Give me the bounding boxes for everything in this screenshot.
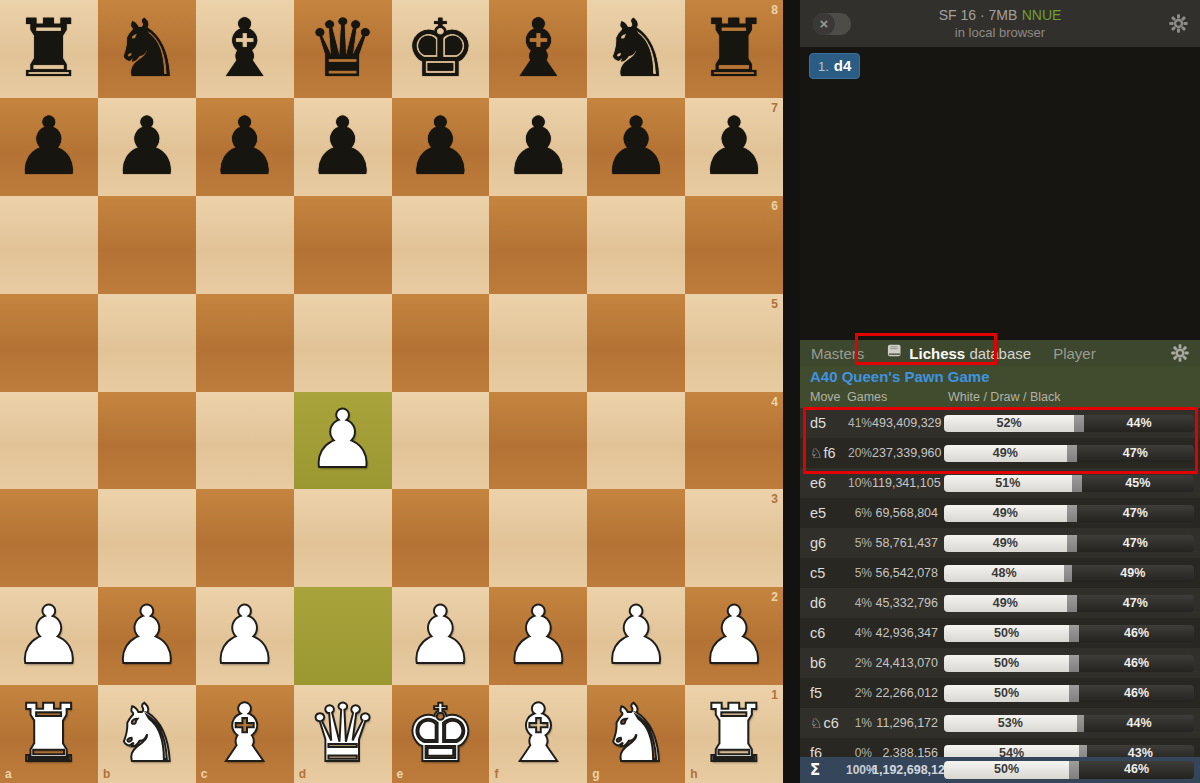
games-count-cell: 237,339,960 [872,446,938,460]
square-b8[interactable]: ♞ [98,0,196,98]
chess-board[interactable]: ♜♞♝♛♚♝♞♜8♟♟♟♟♟♟♟♟765♟43♟♟♟♟♟♟♟2♜a♞b♝c♛d♚… [0,0,783,783]
white-king[interactable]: ♚ [405,694,477,774]
white-score-segment: 51% [944,475,1072,492]
square-a1[interactable]: ♜a [0,685,98,783]
square-f3[interactable] [489,489,587,587]
explorer-row-e5[interactable]: e56%69,568,80449%47% [800,498,1200,528]
black-score-segment: 46% [1079,685,1194,702]
move-1-d4[interactable]: 1. d4 [809,53,860,79]
result-bar: 49%47% [944,445,1194,462]
white-score-segment: 50% [944,685,1069,702]
explorer-row-Nf6[interactable]: ♘f620%237,339,96049%47% [800,438,1200,468]
rank-label-3: 3 [771,493,778,505]
move-cell: f5 [810,685,846,701]
square-d7[interactable]: ♟ [294,98,392,196]
white-score-segment: 53% [944,715,1077,732]
white-pawn[interactable]: ♟ [600,596,672,676]
draw-score-segment [1064,565,1072,582]
black-score-segment: 46% [1079,655,1194,672]
result-bar: 50%46% [944,761,1194,779]
square-b5[interactable] [98,294,196,392]
file-label-e: e [397,768,404,780]
frequency-cell: 1% [846,716,872,730]
square-g7[interactable]: ♟ [587,98,685,196]
toggle-off-x-icon: × [813,13,835,35]
draw-score-segment [1072,475,1082,492]
analysis-side-panel: × SF 16 · 7MB NNUE in local browser [800,0,1200,783]
frequency-cell: 4% [846,626,872,640]
col-games: Games [847,390,887,404]
move-cell: b6 [810,655,846,671]
square-a5[interactable] [0,294,98,392]
frequency-cell: 20% [846,446,872,460]
col-move: Move [810,390,841,404]
square-e1[interactable]: ♚e [392,685,490,783]
square-g2[interactable]: ♟ [587,587,685,685]
square-f1[interactable]: ♝f [489,685,587,783]
engine-name: SF 16 · 7MB [939,7,1018,23]
white-score-segment: 52% [944,415,1074,432]
rank-label-7: 7 [771,102,778,114]
frequency-cell: 2% [846,686,872,700]
explorer-tabs: Masters Lichess database Player [800,340,1200,366]
black-queen[interactable]: ♛ [307,9,379,89]
square-c8[interactable]: ♝ [196,0,294,98]
square-c2[interactable]: ♟ [196,587,294,685]
square-e2[interactable]: ♟ [392,587,490,685]
explorer-row-c6[interactable]: c64%42,936,34750%46% [800,618,1200,648]
move-number: 1. [818,59,829,74]
square-d1[interactable]: ♛d [294,685,392,783]
result-bar: 48%49% [944,565,1194,582]
rank-label-1: 1 [771,689,778,701]
frequency-cell: 4% [846,596,872,610]
games-count-cell: 69,568,804 [872,506,938,520]
black-king[interactable]: ♚ [405,9,477,89]
explorer-column-headers: Move Games White / Draw / Black [800,389,1200,408]
frequency-cell: 2% [846,656,872,670]
white-queen[interactable]: ♛ [307,694,379,774]
file-label-f: f [494,768,498,780]
white-bishop[interactable]: ♝ [502,694,574,774]
rank-label-8: 8 [771,4,778,16]
file-label-b: b [103,768,110,780]
square-c6[interactable] [196,196,294,294]
black-score-segment: 44% [1084,715,1194,732]
engine-settings-gear-icon[interactable] [1169,14,1188,33]
games-count-cell: 45,332,796 [872,596,938,610]
square-a8[interactable]: ♜ [0,0,98,98]
explorer-row-g6[interactable]: g65%58,761,43749%47% [800,528,1200,558]
rank-label-2: 2 [771,591,778,603]
frequency-cell: 10% [846,476,872,490]
move-cell: e6 [810,475,846,491]
square-c1[interactable]: ♝c [196,685,294,783]
white-pawn[interactable]: ♟ [13,596,85,676]
black-knight[interactable]: ♞ [111,9,183,89]
square-f8[interactable]: ♝ [489,0,587,98]
black-score-segment: 46% [1079,625,1194,642]
explorer-row-f5[interactable]: f52%22,266,01250%46% [800,678,1200,708]
analysis-screen: ♜♞♝♛♚♝♞♜8♟♟♟♟♟♟♟♟765♟43♟♟♟♟♟♟♟2♜a♞b♝c♛d♚… [0,0,1200,783]
square-f6[interactable] [489,196,587,294]
square-c3[interactable] [196,489,294,587]
white-score-segment: 48% [944,565,1064,582]
result-bar: 50%46% [944,685,1194,702]
explorer-row-Nc6[interactable]: ♘c61%11,296,17253%44% [800,708,1200,738]
frequency-cell: 100% [846,763,872,777]
square-g1[interactable]: ♞g [587,685,685,783]
engine-location: in local browser [800,25,1200,41]
games-count-cell: 11,296,172 [872,716,938,730]
square-e5[interactable] [392,294,490,392]
white-knight[interactable]: ♞ [111,694,183,774]
square-e4[interactable] [392,392,490,490]
black-score-segment: 47% [1077,595,1195,612]
square-c4[interactable] [196,392,294,490]
file-label-h: h [690,768,697,780]
explorer-row-c5[interactable]: c55%56,542,07848%49% [800,558,1200,588]
games-count-cell: 493,409,329 [872,416,938,430]
square-c7[interactable]: ♟ [196,98,294,196]
square-e6[interactable] [392,196,490,294]
result-bar: 49%47% [944,505,1194,522]
move-cell: ♘f6 [810,445,846,461]
white-pawn[interactable]: ♟ [209,596,281,676]
black-bishop[interactable]: ♝ [502,9,574,89]
file-label-d: d [299,768,306,780]
black-score-segment: 47% [1077,505,1195,522]
result-bar: 50%46% [944,625,1194,642]
draw-score-segment [1077,715,1085,732]
explorer-row-d5[interactable]: d541%493,409,32952%44% [800,408,1200,438]
move-cell: c6 [810,625,846,641]
opening-name[interactable]: A40 Queen's Pawn Game [800,366,1200,389]
square-g3[interactable] [587,489,685,587]
file-label-c: c [201,768,208,780]
engine-nnue-badge: NNUE [1022,7,1062,23]
black-bishop[interactable]: ♝ [209,9,281,89]
black-pawn[interactable]: ♟ [502,107,574,187]
move-cell: ♘c6 [810,715,846,731]
square-e3[interactable] [392,489,490,587]
black-pawn[interactable]: ♟ [307,107,379,187]
rank-label-4: 4 [771,396,778,408]
frequency-cell: 6% [846,506,872,520]
result-bar: 51%45% [944,475,1194,492]
explorer-row-e6[interactable]: e610%119,341,10551%45% [800,468,1200,498]
white-score-segment: 49% [944,535,1067,552]
white-pawn[interactable]: ♟ [698,596,770,676]
move-cell: d6 [810,595,846,611]
move-cell: Σ [810,761,846,779]
black-pawn[interactable]: ♟ [600,107,672,187]
square-f7[interactable]: ♟ [489,98,587,196]
square-c5[interactable] [196,294,294,392]
explorer-row-d6[interactable]: d64%45,332,79649%47% [800,588,1200,618]
square-e7[interactable]: ♟ [392,98,490,196]
square-h8[interactable]: ♜8 [685,0,783,98]
engine-header: × SF 16 · 7MB NNUE in local browser [800,0,1200,47]
square-b2[interactable]: ♟ [98,587,196,685]
explorer-settings-gear-icon[interactable] [1171,344,1189,362]
square-d3[interactable] [294,489,392,587]
games-count-cell: 42,936,347 [872,626,938,640]
frequency-cell: 41% [846,416,872,430]
black-rook[interactable]: ♜ [13,9,85,89]
square-b4[interactable] [98,392,196,490]
knight-icon: ♘ [810,715,823,731]
square-a2[interactable]: ♟ [0,587,98,685]
draw-score-segment [1067,595,1077,612]
square-d6[interactable] [294,196,392,294]
games-count-cell: 22,266,012 [872,686,938,700]
square-a7[interactable]: ♟ [0,98,98,196]
black-pawn[interactable]: ♟ [698,107,770,187]
square-h2[interactable]: ♟2 [685,587,783,685]
knight-icon: ♘ [810,445,823,461]
black-score-segment: 45% [1082,475,1195,492]
white-pawn[interactable]: ♟ [405,596,477,676]
black-pawn[interactable]: ♟ [13,107,85,187]
black-score-segment: 49% [1072,565,1195,582]
draw-score-segment [1069,625,1079,642]
white-rook[interactable]: ♜ [698,694,770,774]
draw-score-segment [1067,445,1077,462]
rank-label-6: 6 [771,200,778,212]
square-h5[interactable]: 5 [685,294,783,392]
white-rook[interactable]: ♜ [13,694,85,774]
black-pawn[interactable]: ♟ [209,107,281,187]
white-score-segment: 49% [944,445,1067,462]
square-g6[interactable] [587,196,685,294]
square-g4[interactable] [587,392,685,490]
square-b7[interactable]: ♟ [98,98,196,196]
result-bar: 53%44% [944,715,1194,732]
tab-masters[interactable]: Masters [800,340,875,366]
result-bar: 49%47% [944,535,1194,552]
square-f4[interactable] [489,392,587,490]
square-h7[interactable]: ♟7 [685,98,783,196]
square-b6[interactable] [98,196,196,294]
black-score-segment: 46% [1079,761,1194,779]
white-score-segment: 49% [944,505,1067,522]
move-list: 1. d4 [800,47,1200,340]
square-h3[interactable]: 3 [685,489,783,587]
white-pawn[interactable]: ♟ [307,400,379,480]
col-white-draw-black: White / Draw / Black [948,390,1061,404]
games-count-cell: 1,192,698,121 [872,763,938,777]
tab-lichess-database[interactable]: Lichess database [875,340,1042,366]
result-bar: 50%46% [944,655,1194,672]
move-cell: e5 [810,505,846,521]
games-count-cell: 119,341,105 [872,476,938,490]
move-cell: c5 [810,565,846,581]
file-label-g: g [592,768,599,780]
square-a3[interactable] [0,489,98,587]
square-h1[interactable]: ♜1h [685,685,783,783]
square-d8[interactable]: ♛ [294,0,392,98]
draw-score-segment [1067,535,1077,552]
games-count-cell: 58,761,437 [872,536,938,550]
square-h4[interactable]: 4 [685,392,783,490]
move-san: d4 [834,57,852,74]
black-pawn[interactable]: ♟ [111,107,183,187]
square-e8[interactable]: ♚ [392,0,490,98]
move-cell: d5 [810,415,846,431]
explorer-move-table: d541%493,409,32952%44%♘f620%237,339,9604… [800,408,1200,783]
square-d2[interactable] [294,587,392,685]
book-icon [886,344,903,362]
result-bar: 49%47% [944,595,1194,612]
square-d5[interactable] [294,294,392,392]
black-rook[interactable]: ♜ [698,9,770,89]
frequency-cell: 5% [846,566,872,580]
black-score-segment: 47% [1077,535,1195,552]
white-score-segment: 50% [944,655,1069,672]
rank-label-5: 5 [771,298,778,310]
games-count-cell: 56,542,078 [872,566,938,580]
result-bar: 52%44% [944,415,1194,432]
square-d4[interactable]: ♟ [294,392,392,490]
white-score-segment: 50% [944,625,1069,642]
white-pawn[interactable]: ♟ [502,596,574,676]
draw-score-segment [1067,505,1077,522]
draw-score-segment [1069,655,1079,672]
white-bishop[interactable]: ♝ [209,694,281,774]
square-a4[interactable] [0,392,98,490]
black-pawn[interactable]: ♟ [405,107,477,187]
draw-score-segment [1069,685,1079,702]
draw-score-segment [1069,761,1079,779]
white-pawn[interactable]: ♟ [111,596,183,676]
black-score-segment: 47% [1077,445,1195,462]
square-f5[interactable] [489,294,587,392]
square-g8[interactable]: ♞ [587,0,685,98]
square-g5[interactable] [587,294,685,392]
white-knight[interactable]: ♞ [600,694,672,774]
white-score-segment: 49% [944,595,1067,612]
explorer-total-row: Σ100%1,192,698,12150%46% [800,757,1200,783]
square-a6[interactable] [0,196,98,294]
draw-score-segment [1074,415,1084,432]
explorer-row-b6[interactable]: b62%24,413,07050%46% [800,648,1200,678]
black-score-segment: 44% [1084,415,1194,432]
tab-player[interactable]: Player [1042,340,1107,366]
file-label-a: a [5,768,12,780]
white-score-segment: 50% [944,761,1069,779]
square-h6[interactable]: 6 [685,196,783,294]
square-f2[interactable]: ♟ [489,587,587,685]
move-cell: g6 [810,535,846,551]
black-knight[interactable]: ♞ [600,9,672,89]
engine-info: SF 16 · 7MB NNUE in local browser [800,5,1200,41]
square-b1[interactable]: ♞b [98,685,196,783]
frequency-cell: 5% [846,536,872,550]
engine-toggle[interactable]: × [813,13,851,35]
square-b3[interactable] [98,489,196,587]
games-count-cell: 24,413,070 [872,656,938,670]
